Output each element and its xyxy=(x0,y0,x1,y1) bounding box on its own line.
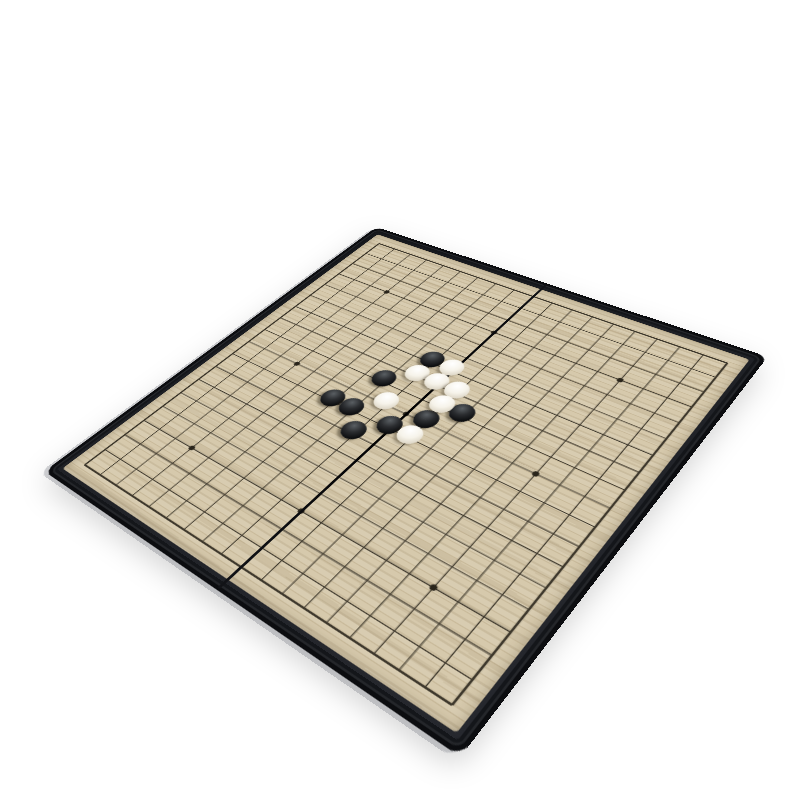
black-stone[interactable] xyxy=(366,367,401,389)
stones-layer xyxy=(62,234,749,733)
white-stone[interactable] xyxy=(369,389,405,412)
black-stone[interactable] xyxy=(336,418,373,443)
go-board xyxy=(44,227,768,757)
board-shadow-wrap xyxy=(0,0,800,800)
product-photo-scene xyxy=(0,0,800,800)
